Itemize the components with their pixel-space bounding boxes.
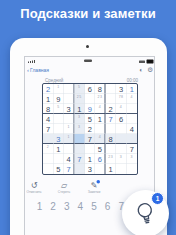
cell-r7c8[interactable] xyxy=(116,144,126,154)
cell-r5c8[interactable] xyxy=(116,124,126,134)
cell-r5c4[interactable]: 3 xyxy=(74,124,84,134)
cell-r8c8[interactable]: 3 xyxy=(116,154,126,164)
cell-r4c5[interactable]: 5 xyxy=(85,114,95,124)
cell-r7c1[interactable]: 2 xyxy=(43,144,53,154)
cell-r2c9[interactable]: 4 xyxy=(127,94,137,104)
cell-r4c2[interactable] xyxy=(53,114,63,124)
cell-r7c7[interactable] xyxy=(106,144,116,154)
cell-r9c4[interactable] xyxy=(74,164,84,174)
chevron-left-icon: ‹ xyxy=(27,67,29,72)
cell-r5c6[interactable] xyxy=(95,124,105,134)
cell-r3c4[interactable]: 1 xyxy=(74,104,84,114)
promo-title: Подсказки и заметки xyxy=(0,6,176,22)
pencil-notes: 4 xyxy=(116,105,126,109)
cell-r4c8[interactable]: 6 xyxy=(116,114,126,124)
cell-r2c5[interactable] xyxy=(85,94,95,104)
pencil-icon: ✎ xyxy=(91,181,98,189)
numpad-2[interactable]: 2 xyxy=(48,201,59,213)
pencil-notes: 2 xyxy=(43,145,53,149)
pencil-notes: 3 xyxy=(74,125,84,129)
pencil-notes: 3 xyxy=(116,155,126,159)
numpad-5[interactable]: 5 xyxy=(89,201,100,213)
cell-r3c7[interactable]: 2 xyxy=(106,104,116,114)
sudoku-board: 2156831192523784853194244351767132431748… xyxy=(42,83,138,175)
cell-r7c9[interactable]: 7 xyxy=(127,144,137,154)
cell-r7c3[interactable] xyxy=(64,144,74,154)
cell-r7c4[interactable] xyxy=(74,144,84,154)
cell-r7c6[interactable]: 5 xyxy=(95,144,105,154)
cell-r2c1[interactable]: 1 xyxy=(43,94,53,104)
cell-r1c6[interactable]: 8 xyxy=(95,84,105,94)
undo-icon: ↺ xyxy=(31,181,38,189)
erase-button[interactable]: ▱Стереть xyxy=(55,181,73,194)
cell-r5c7[interactable] xyxy=(106,124,116,134)
pencil-notes: 25 xyxy=(74,95,84,99)
cell-r1c9[interactable]: 1 xyxy=(127,84,137,94)
cell-r8c1[interactable] xyxy=(43,154,53,164)
erase-label: Стереть xyxy=(58,190,70,194)
cell-r2c6[interactable]: 23 xyxy=(95,94,105,104)
cell-r2c4[interactable]: 25 xyxy=(74,94,84,104)
difficulty-label: Средний xyxy=(45,78,63,83)
cell-r9c8[interactable] xyxy=(116,164,126,174)
cell-r3c9[interactable] xyxy=(127,104,137,114)
pencil-notes: 1 xyxy=(53,85,63,89)
cell-r4c9[interactable] xyxy=(127,114,137,124)
cell-r3c1[interactable]: 8 xyxy=(43,104,53,114)
cell-r2c3[interactable] xyxy=(64,94,74,104)
cell-r4c4[interactable]: 3 xyxy=(74,114,84,124)
numpad-1[interactable]: 1 xyxy=(34,201,45,213)
cell-r3c8[interactable]: 4 xyxy=(116,104,126,114)
cell-r9c3[interactable]: 7 xyxy=(64,164,74,174)
pencil-notes: 23 xyxy=(106,155,116,159)
promo-canvas: Подсказки и заметки ‹ Главная ◐ ⚙ Средни… xyxy=(0,0,176,235)
notes-button[interactable]: ✎Заметки xyxy=(85,181,103,194)
cell-r2c7[interactable] xyxy=(106,94,116,104)
cell-r5c9[interactable]: 4 xyxy=(127,124,137,134)
pencil-notes: 4 xyxy=(127,95,137,99)
numpad-4[interactable]: 4 xyxy=(75,201,86,213)
cell-r6c6[interactable]: 4 xyxy=(95,134,105,144)
cell-r5c3[interactable]: 1 xyxy=(64,124,74,134)
pencil-notes: 23 xyxy=(95,95,104,99)
cell-r6c5[interactable]: 7 xyxy=(85,134,95,144)
status-battery-icon xyxy=(139,60,154,64)
numpad-3[interactable]: 3 xyxy=(61,201,72,213)
status-time xyxy=(84,60,92,63)
theme-icon[interactable]: ◐ xyxy=(139,66,143,74)
status-signal-icon xyxy=(28,60,35,63)
cell-r9c6[interactable] xyxy=(95,164,105,174)
cell-r2c2[interactable]: 9 xyxy=(53,94,63,104)
cell-r2c8[interactable]: 78 xyxy=(116,94,126,104)
cell-r1c1[interactable]: 2 xyxy=(43,84,53,94)
cell-r3c3[interactable]: 3 xyxy=(64,104,74,114)
cell-r1c8[interactable]: 3 xyxy=(116,84,126,94)
game-toolbar: ↺Отменить▱Стереть✎Заметки xyxy=(25,181,103,194)
cell-r8c3[interactable]: 4 xyxy=(64,154,74,164)
cell-r9c1[interactable] xyxy=(43,164,53,174)
undo-label: Отменить xyxy=(27,190,42,194)
cell-r8c4[interactable]: 7 xyxy=(74,154,84,164)
cell-r6c8[interactable] xyxy=(116,134,126,144)
back-button-label: Главная xyxy=(30,67,49,73)
numpad-6[interactable]: 6 xyxy=(102,201,113,213)
pencil-notes: 5 xyxy=(74,85,84,89)
cell-r4c7[interactable]: 7 xyxy=(106,114,116,124)
cell-r9c2[interactable]: 5 xyxy=(53,164,63,174)
hint-count-badge: 1 xyxy=(151,192,164,205)
cell-r5c5[interactable]: 2 xyxy=(85,124,95,134)
cell-r8c5[interactable]: 1 xyxy=(85,154,95,164)
cell-r8c7[interactable]: 23 xyxy=(106,154,116,164)
cell-r6c1[interactable] xyxy=(43,134,53,144)
cell-r6c9[interactable] xyxy=(127,134,137,144)
pencil-notes: 3 xyxy=(74,115,84,119)
back-button[interactable]: ‹ Главная xyxy=(27,67,49,73)
cell-r7c2[interactable]: 1 xyxy=(53,144,63,154)
cell-r4c3[interactable] xyxy=(64,114,74,124)
cell-r8c9[interactable]: 3 xyxy=(127,154,137,164)
cell-r5c2[interactable] xyxy=(53,124,63,134)
cell-r9c5[interactable]: 3 xyxy=(85,164,95,174)
cell-r4c6[interactable]: 1 xyxy=(95,114,105,124)
cell-r4c1[interactable]: 4 xyxy=(43,114,53,124)
cell-r6c7[interactable]: 8 xyxy=(106,134,116,144)
cell-r1c2[interactable]: 1 xyxy=(53,84,63,94)
cell-r1c4[interactable]: 5 xyxy=(74,84,84,94)
cell-r9c9[interactable] xyxy=(127,164,137,174)
notes-toggle-badge xyxy=(96,180,100,184)
cell-r1c5[interactable]: 6 xyxy=(85,84,95,94)
cell-r6c4[interactable] xyxy=(74,134,84,144)
cell-r3c5[interactable]: 9 xyxy=(85,104,95,114)
pencil-notes: 4 xyxy=(95,105,104,109)
pencil-notes: 1 xyxy=(64,135,73,139)
cell-r1c7[interactable] xyxy=(106,84,116,94)
cell-r9c7[interactable]: 1 xyxy=(106,164,116,174)
cell-r5c1[interactable]: 7 xyxy=(43,124,53,134)
cell-r8c6[interactable]: 6 xyxy=(95,154,105,164)
pencil-notes: 4 xyxy=(95,135,104,139)
cell-r7c5[interactable] xyxy=(85,144,95,154)
cell-r1c3[interactable] xyxy=(64,84,74,94)
pencil-notes: 3 xyxy=(127,155,137,159)
cell-r6c2[interactable]: 3 xyxy=(53,134,63,144)
cell-r8c2[interactable] xyxy=(53,154,63,164)
cell-r6c3[interactable]: 1 xyxy=(64,134,74,144)
notes-label: Заметки xyxy=(88,190,100,194)
timer-value: 00:00 xyxy=(127,78,138,83)
front-camera-dot xyxy=(86,45,89,48)
cell-r3c6[interactable]: 4 xyxy=(95,104,105,114)
pencil-notes: 5 xyxy=(53,105,63,109)
eraser-icon: ▱ xyxy=(61,181,67,189)
cell-r3c2[interactable]: 5 xyxy=(53,104,63,114)
hint-button[interactable]: 1 xyxy=(122,190,169,235)
settings-gear-icon[interactable]: ⚙ xyxy=(147,66,153,74)
pencil-notes: 78 xyxy=(116,95,126,99)
undo-button[interactable]: ↺Отменить xyxy=(25,181,43,194)
pencil-notes: 1 xyxy=(64,125,73,129)
